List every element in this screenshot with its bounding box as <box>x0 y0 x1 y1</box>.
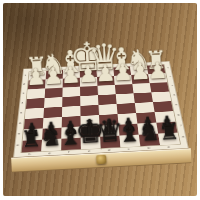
coordinate-label: 5 <box>20 112 23 114</box>
square-b8: ♞ <box>139 134 160 147</box>
coordinate-label: 6 <box>177 114 180 116</box>
coordinate-label: 3 <box>171 85 174 87</box>
coordinate-label: f <box>68 151 69 153</box>
coordinate-label: 1 <box>24 75 26 77</box>
coordinate-label: 2 <box>23 83 25 85</box>
square-e8: ♚ <box>81 137 101 150</box>
coordinate-label: 4 <box>21 102 23 104</box>
coordinate-label: 5 <box>175 104 178 106</box>
chess-board: ♜♞♝♚♛♝♞♜♟♟♟♟♟♟♟♟♟♟♟♟♟♟♟♟♜♞♝♚♛♝♞♜ 1122334… <box>13 61 189 158</box>
coordinate-label: h <box>28 153 31 156</box>
square-a8: ♜ <box>158 133 180 145</box>
coordinate-label: e <box>88 150 91 153</box>
square-e6 <box>80 115 99 127</box>
chess-board-scene: ♜♞♝♚♛♝♞♜♟♟♟♟♟♟♟♟♟♟♟♟♟♟♟♟♜♞♝♚♛♝♞♜ 1122334… <box>13 61 189 158</box>
square-f4 <box>62 96 80 107</box>
board-grid: ♜♞♝♚♛♝♞♜♟♟♟♟♟♟♟♟♟♟♟♟♟♟♟♟♜♞♝♚♛♝♞♜ <box>21 64 181 153</box>
square-a2: ♟ <box>148 73 167 83</box>
square-h5 <box>25 108 44 119</box>
square-g8: ♞ <box>41 139 61 152</box>
square-c7: ♟ <box>119 124 139 136</box>
square-d3 <box>97 85 115 95</box>
square-c8: ♝ <box>119 135 140 148</box>
coordinate-label: 4 <box>173 94 176 96</box>
coordinate-label: 7 <box>18 133 21 135</box>
square-g5 <box>43 107 62 118</box>
coordinate-label: 7 <box>179 125 182 127</box>
square-d8: ♛ <box>100 136 120 149</box>
coordinate-label: 6 <box>19 122 22 124</box>
coordinate-label: b <box>147 147 150 150</box>
coordinate-label: 8 <box>182 136 185 138</box>
square-a7: ♟ <box>156 122 177 134</box>
coordinate-label: a <box>167 146 170 148</box>
coordinate-label: 8 <box>16 144 19 146</box>
square-g7: ♟ <box>42 128 62 140</box>
coordinate-label: c <box>128 148 130 150</box>
square-h8: ♜ <box>22 140 42 153</box>
coordinate-label: g <box>48 152 51 155</box>
square-h3 <box>27 89 45 99</box>
square-b7: ♟ <box>137 123 158 135</box>
brass-clasp-icon <box>96 155 106 165</box>
square-b5 <box>135 102 155 113</box>
coordinate-label: d <box>108 149 111 152</box>
coordinate-label: 1 <box>167 67 170 69</box>
square-f8: ♝ <box>61 138 81 151</box>
coordinate-label: 2 <box>169 76 172 78</box>
piece-black-rook: ♜ <box>158 120 180 144</box>
coordinate-label: 3 <box>22 92 24 94</box>
photo-area: ♜♞♝♚♛♝♞♜♟♟♟♟♟♟♟♟♟♟♟♟♟♟♟♟♜♞♝♚♛♝♞♜ 1122334… <box>3 3 197 196</box>
product-photo[interactable]: ♜♞♝♚♛♝♞♜♟♟♟♟♟♟♟♟♟♟♟♟♟♟♟♟♜♞♝♚♛♝♞♜ 1122334… <box>0 0 200 200</box>
